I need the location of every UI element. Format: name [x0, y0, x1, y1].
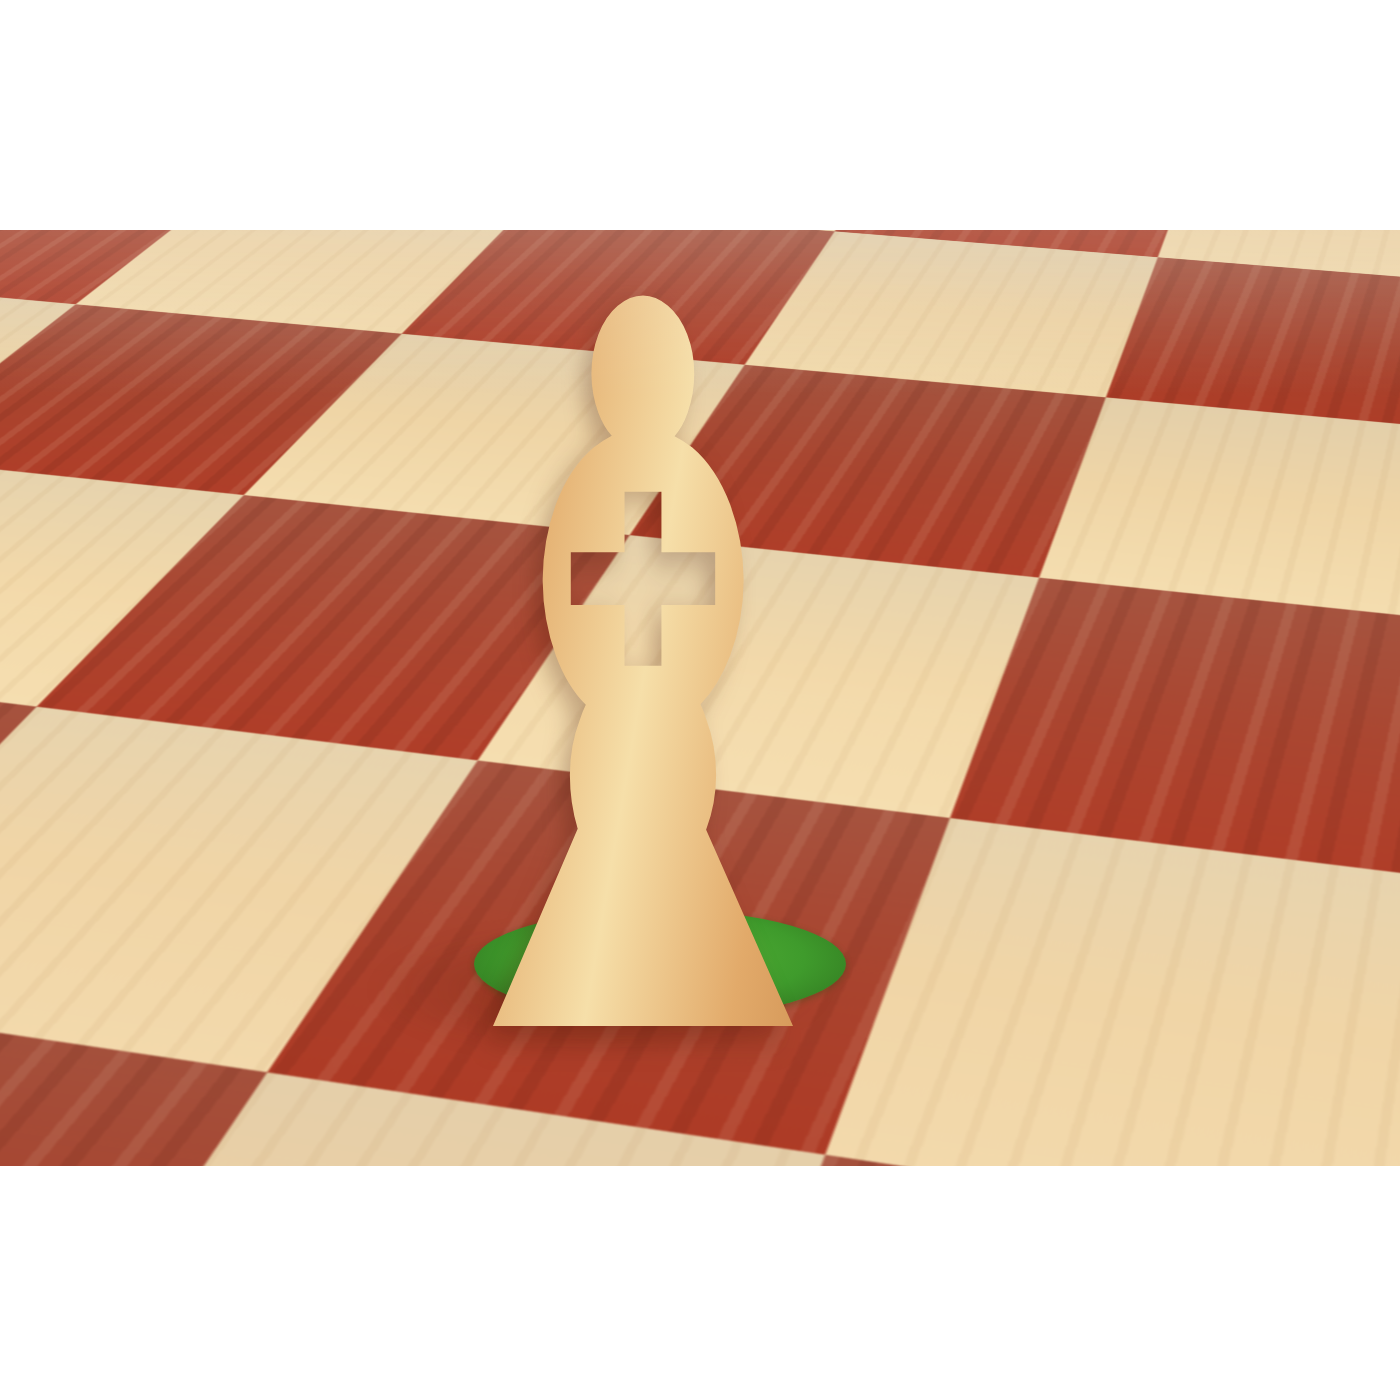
- bishop-glyph: ♝: [323, 230, 963, 1166]
- top-margin: [0, 0, 1400, 230]
- photo-page: ♝: [0, 0, 1400, 1400]
- bottom-margin: [0, 1166, 1400, 1400]
- board-photo: ♝: [0, 230, 1400, 1166]
